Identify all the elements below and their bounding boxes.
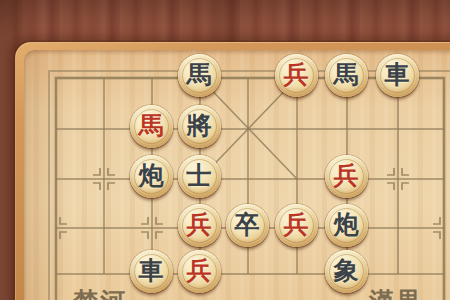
piece-layer: 馬兵馬車馬將炮士兵兵卒兵炮車兵象 — [0, 0, 450, 300]
piece-glyph: 兵 — [334, 163, 359, 188]
piece-black-cannon-f7r3[interactable]: 炮 — [325, 204, 368, 247]
piece-glyph: 士 — [187, 163, 212, 188]
piece-glyph: 象 — [334, 258, 359, 283]
piece-black-chariot-f3r4[interactable]: 車 — [130, 250, 173, 293]
piece-black-advisor-f4r2[interactable]: 士 — [178, 155, 221, 198]
piece-black-horse-f7r0[interactable]: 馬 — [325, 54, 368, 97]
piece-black-horse-f4r0[interactable]: 馬 — [178, 54, 221, 97]
piece-glyph: 車 — [139, 258, 164, 283]
piece-glyph: 卒 — [235, 212, 260, 237]
piece-glyph: 炮 — [139, 163, 164, 188]
piece-glyph: 炮 — [334, 212, 359, 237]
piece-red-soldier-f4r4[interactable]: 兵 — [178, 250, 221, 293]
piece-glyph: 車 — [385, 62, 410, 87]
piece-glyph: 兵 — [187, 212, 212, 237]
piece-red-soldier-f7r2[interactable]: 兵 — [325, 155, 368, 198]
piece-red-soldier-f6r3[interactable]: 兵 — [275, 204, 318, 247]
piece-glyph: 將 — [187, 113, 212, 138]
piece-glyph: 馬 — [187, 62, 212, 87]
piece-glyph: 馬 — [334, 62, 359, 87]
piece-glyph: 兵 — [284, 62, 309, 87]
piece-glyph: 兵 — [187, 258, 212, 283]
piece-red-soldier-f4r3[interactable]: 兵 — [178, 204, 221, 247]
piece-black-chariot-f8r0[interactable]: 車 — [376, 54, 419, 97]
xiangqi-screenshot: 楚河 漢界 馬兵馬車馬將炮士兵兵卒兵炮車兵象 — [0, 0, 450, 300]
piece-glyph: 馬 — [139, 113, 164, 138]
piece-red-soldier-f6r0[interactable]: 兵 — [275, 54, 318, 97]
piece-black-elephant-f7r4[interactable]: 象 — [325, 250, 368, 293]
piece-glyph: 兵 — [284, 212, 309, 237]
piece-black-general-f4r1[interactable]: 將 — [178, 105, 221, 148]
piece-black-cannon-f3r2[interactable]: 炮 — [130, 155, 173, 198]
piece-red-horse-f3r1[interactable]: 馬 — [130, 105, 173, 148]
piece-black-soldier-f5r3[interactable]: 卒 — [226, 204, 269, 247]
